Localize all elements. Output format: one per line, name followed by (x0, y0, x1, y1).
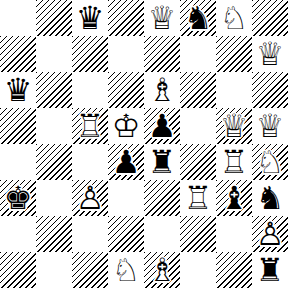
square-c6[interactable] (72, 72, 108, 108)
square-d6[interactable] (108, 72, 144, 108)
square-e2[interactable] (144, 216, 180, 252)
square-f1[interactable] (180, 252, 216, 288)
square-a8[interactable] (0, 0, 36, 36)
piece-black-king[interactable]: ♚♚ (0, 180, 36, 216)
square-f3[interactable]: ♜♖ (180, 180, 216, 216)
white-knight-glyph: ♘ (220, 0, 249, 36)
piece-white-queen[interactable]: ♛♕ (216, 108, 252, 144)
black-bishop-glyph: ♝ (220, 180, 249, 216)
piece-black-queen[interactable]: ♛♛ (0, 72, 36, 108)
square-h4[interactable]: ♞♘ (252, 144, 288, 180)
white-pawn-glyph: ♙ (76, 180, 105, 216)
square-d1[interactable]: ♞♘ (108, 252, 144, 288)
square-h5[interactable]: ♛♕ (252, 108, 288, 144)
piece-white-queen[interactable]: ♛♕ (252, 36, 288, 72)
square-f4[interactable] (180, 144, 216, 180)
piece-white-pawn[interactable]: ♟♙ (72, 180, 108, 216)
black-knight-glyph: ♞ (256, 180, 285, 216)
white-rook-glyph: ♖ (184, 180, 213, 216)
white-bishop-glyph: ♗ (148, 72, 177, 108)
piece-white-queen[interactable]: ♛♕ (252, 108, 288, 144)
piece-white-rook[interactable]: ♜♖ (216, 144, 252, 180)
square-e6[interactable]: ♝♗ (144, 72, 180, 108)
square-c1[interactable] (72, 252, 108, 288)
square-f7[interactable] (180, 36, 216, 72)
piece-black-knight[interactable]: ♞♞ (180, 0, 216, 36)
piece-white-rook[interactable]: ♜♖ (180, 180, 216, 216)
square-h3[interactable]: ♞♞ (252, 180, 288, 216)
piece-white-bishop[interactable]: ♝♗ (144, 252, 180, 288)
square-d4[interactable]: ♟♟ (108, 144, 144, 180)
square-a3[interactable]: ♚♚ (0, 180, 36, 216)
square-b2[interactable] (36, 216, 72, 252)
square-g8[interactable]: ♞♘ (216, 0, 252, 36)
black-pawn-glyph: ♟ (148, 108, 177, 144)
piece-white-knight[interactable]: ♞♘ (252, 144, 288, 180)
square-h6[interactable] (252, 72, 288, 108)
square-b6[interactable] (36, 72, 72, 108)
piece-black-knight[interactable]: ♞♞ (252, 180, 288, 216)
square-e8[interactable]: ♛♕ (144, 0, 180, 36)
piece-black-queen[interactable]: ♛♛ (72, 0, 108, 36)
square-b5[interactable] (36, 108, 72, 144)
white-knight-glyph: ♘ (256, 144, 285, 180)
square-f6[interactable] (180, 72, 216, 108)
square-f5[interactable] (180, 108, 216, 144)
piece-black-pawn[interactable]: ♟♟ (144, 108, 180, 144)
black-rook-glyph: ♜ (148, 144, 177, 180)
piece-white-knight[interactable]: ♞♘ (216, 0, 252, 36)
square-d7[interactable] (108, 36, 144, 72)
square-d3[interactable] (108, 180, 144, 216)
white-rook-glyph: ♖ (76, 108, 105, 144)
white-knight-glyph: ♘ (112, 252, 141, 288)
piece-black-bishop[interactable]: ♝♝ (216, 180, 252, 216)
square-a5[interactable] (0, 108, 36, 144)
piece-white-queen[interactable]: ♛♕ (144, 0, 180, 36)
square-e1[interactable]: ♝♗ (144, 252, 180, 288)
white-king-glyph: ♔ (112, 108, 141, 144)
square-b3[interactable] (36, 180, 72, 216)
piece-black-rook[interactable]: ♜♜ (144, 144, 180, 180)
black-king-glyph: ♚ (4, 180, 33, 216)
square-e7[interactable] (144, 36, 180, 72)
square-g7[interactable] (216, 36, 252, 72)
square-c8[interactable]: ♛♛ (72, 0, 108, 36)
chess-board: ♛♛♛♕♞♞♞♘♛♕♛♛♝♗♜♖♚♔♟♟♛♕♛♕♟♟♜♜♜♖♞♘♚♚♟♙♜♖♝♝… (0, 0, 288, 288)
square-d8[interactable] (108, 0, 144, 36)
square-g6[interactable] (216, 72, 252, 108)
square-a7[interactable] (0, 36, 36, 72)
black-rook-glyph: ♜ (256, 252, 285, 288)
white-queen-glyph: ♕ (256, 36, 285, 72)
square-c5[interactable]: ♜♖ (72, 108, 108, 144)
black-pawn-glyph: ♟ (112, 144, 141, 180)
square-g4[interactable]: ♜♖ (216, 144, 252, 180)
black-knight-glyph: ♞ (184, 0, 213, 36)
white-queen-glyph: ♕ (256, 108, 285, 144)
piece-white-pawn[interactable]: ♟♙ (252, 216, 288, 252)
square-c2[interactable] (72, 216, 108, 252)
square-f8[interactable]: ♞♞ (180, 0, 216, 36)
square-a1[interactable] (0, 252, 36, 288)
white-pawn-glyph: ♙ (256, 216, 285, 252)
piece-white-rook[interactable]: ♜♖ (72, 108, 108, 144)
square-h7[interactable]: ♛♕ (252, 36, 288, 72)
square-a4[interactable] (0, 144, 36, 180)
white-queen-glyph: ♕ (148, 0, 177, 36)
square-b8[interactable] (36, 0, 72, 36)
square-g2[interactable] (216, 216, 252, 252)
square-d5[interactable]: ♚♔ (108, 108, 144, 144)
square-g5[interactable]: ♛♕ (216, 108, 252, 144)
square-a2[interactable] (0, 216, 36, 252)
square-a6[interactable]: ♛♛ (0, 72, 36, 108)
square-g1[interactable] (216, 252, 252, 288)
square-h8[interactable] (252, 0, 288, 36)
square-b7[interactable] (36, 36, 72, 72)
square-c3[interactable]: ♟♙ (72, 180, 108, 216)
square-b1[interactable] (36, 252, 72, 288)
square-b4[interactable] (36, 144, 72, 180)
piece-black-pawn[interactable]: ♟♟ (108, 144, 144, 180)
white-queen-glyph: ♕ (220, 108, 249, 144)
black-queen-glyph: ♛ (4, 72, 33, 108)
piece-white-bishop[interactable]: ♝♗ (144, 72, 180, 108)
square-e3[interactable] (144, 180, 180, 216)
square-h2[interactable]: ♟♙ (252, 216, 288, 252)
square-e5[interactable]: ♟♟ (144, 108, 180, 144)
square-g3[interactable]: ♝♝ (216, 180, 252, 216)
square-d2[interactable] (108, 216, 144, 252)
square-c7[interactable] (72, 36, 108, 72)
square-c4[interactable] (72, 144, 108, 180)
square-h1[interactable]: ♜♜ (252, 252, 288, 288)
piece-white-knight[interactable]: ♞♘ (108, 252, 144, 288)
white-rook-glyph: ♖ (220, 144, 249, 180)
black-queen-glyph: ♛ (76, 0, 105, 36)
square-f2[interactable] (180, 216, 216, 252)
piece-black-rook[interactable]: ♜♜ (252, 252, 288, 288)
white-bishop-glyph: ♗ (148, 252, 177, 288)
piece-white-king[interactable]: ♚♔ (108, 108, 144, 144)
square-e4[interactable]: ♜♜ (144, 144, 180, 180)
